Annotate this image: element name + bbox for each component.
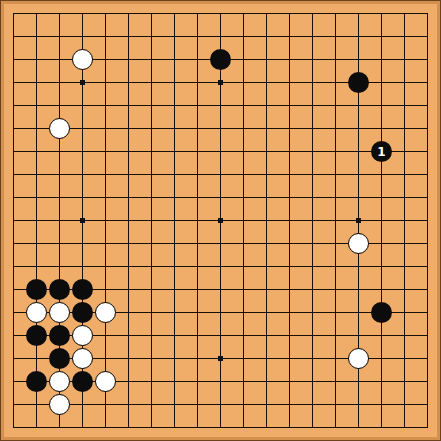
white-stone: [49, 118, 70, 139]
black-stone: [49, 279, 70, 300]
black-stone: [72, 302, 93, 323]
black-stone: [72, 371, 93, 392]
move-1-stone: 1: [371, 141, 392, 162]
white-stone: [49, 302, 70, 323]
white-stone: [72, 348, 93, 369]
white-stone: [72, 49, 93, 70]
white-stone: [72, 325, 93, 346]
black-stone: [26, 325, 47, 346]
black-stone: [49, 348, 70, 369]
go-board: 1: [0, 0, 441, 441]
stones-layer: 1: [2, 2, 439, 439]
black-stone: [371, 302, 392, 323]
black-stone: [210, 49, 231, 70]
black-stone: [49, 325, 70, 346]
black-stone: [26, 279, 47, 300]
black-stone: [348, 72, 369, 93]
white-stone: [26, 302, 47, 323]
white-stone: [49, 394, 70, 415]
black-stone: [72, 279, 93, 300]
black-stone: [26, 371, 47, 392]
white-stone: [95, 371, 116, 392]
white-stone: [49, 371, 70, 392]
white-stone: [348, 348, 369, 369]
white-stone: [348, 233, 369, 254]
white-stone: [95, 302, 116, 323]
